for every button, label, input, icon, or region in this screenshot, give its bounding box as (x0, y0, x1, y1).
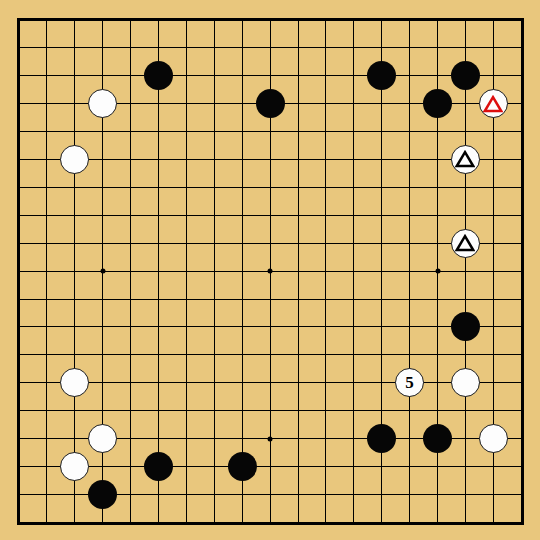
stone-black[interactable] (367, 61, 396, 90)
stone-black[interactable] (88, 480, 117, 509)
stone-white[interactable] (451, 368, 480, 397)
go-board[interactable]: 5 (0, 0, 540, 540)
stone-black[interactable] (256, 89, 285, 118)
stone-white-triangle-marked[interactable] (451, 229, 480, 258)
move-number-label: 5 (405, 374, 414, 391)
stone-black[interactable] (144, 61, 173, 90)
stone-black[interactable] (144, 452, 173, 481)
triangle-mark-icon (483, 95, 503, 113)
page: { "game": "go", "board": { "size": 19, "… (0, 0, 540, 540)
stone-black[interactable] (423, 89, 452, 118)
stone-white-triangle-marked[interactable] (479, 89, 508, 118)
stone-black[interactable] (451, 312, 480, 341)
triangle-mark-icon (455, 150, 475, 168)
stones-layer: 5 (5, 6, 535, 536)
stone-white[interactable] (88, 424, 117, 453)
stone-white[interactable] (88, 89, 117, 118)
stone-white[interactable] (60, 368, 89, 397)
stone-black[interactable] (451, 61, 480, 90)
stone-white[interactable] (60, 452, 89, 481)
stone-white[interactable] (479, 424, 508, 453)
triangle-mark-icon (455, 234, 475, 252)
stone-black[interactable] (423, 424, 452, 453)
stone-white[interactable] (60, 145, 89, 174)
stone-black[interactable] (367, 424, 396, 453)
stone-white-numbered[interactable]: 5 (395, 368, 424, 397)
stone-black[interactable] (228, 452, 257, 481)
stone-white-triangle-marked[interactable] (451, 145, 480, 174)
